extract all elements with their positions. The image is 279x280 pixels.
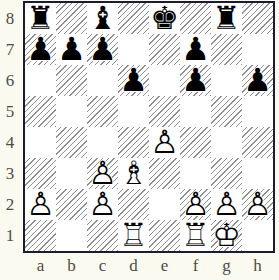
square-h4[interactable] xyxy=(242,127,273,158)
white-pawn-icon: ♙ xyxy=(180,189,211,220)
file-label-a: a xyxy=(25,253,56,279)
square-a4[interactable] xyxy=(25,127,56,158)
square-h1[interactable] xyxy=(242,220,273,251)
square-f3[interactable] xyxy=(180,158,211,189)
square-f8[interactable] xyxy=(180,3,211,34)
square-b2[interactable] xyxy=(56,189,87,220)
square-a2[interactable]: ♟♙ xyxy=(25,189,56,220)
file-label-e: e xyxy=(149,253,180,279)
square-b3[interactable] xyxy=(56,158,87,189)
black-pawn-icon: ♟ xyxy=(87,34,118,65)
square-e6[interactable] xyxy=(149,65,180,96)
square-b1[interactable] xyxy=(56,220,87,251)
black-rook-icon: ♜ xyxy=(211,3,242,34)
white-pawn-fill: ♟ xyxy=(211,189,242,220)
black-bishop-fill: ♝ xyxy=(87,3,118,34)
white-bishop-fill: ♝ xyxy=(118,158,149,189)
square-g7[interactable] xyxy=(211,34,242,65)
square-b4[interactable] xyxy=(56,127,87,158)
square-f4[interactable] xyxy=(180,127,211,158)
square-a6[interactable] xyxy=(25,65,56,96)
file-label-d: d xyxy=(118,253,149,279)
square-b5[interactable] xyxy=(56,96,87,127)
square-d3[interactable]: ♝♗ xyxy=(118,158,149,189)
square-h6[interactable]: ♟♟ xyxy=(242,65,273,96)
black-king-fill: ♚ xyxy=(149,3,180,34)
rank-label-6: 6 xyxy=(0,65,20,96)
white-rook-fill: ♜ xyxy=(118,220,149,251)
black-pawn-icon: ♟ xyxy=(118,65,149,96)
black-pawn-fill: ♟ xyxy=(180,34,211,65)
square-a7[interactable]: ♟♟ xyxy=(25,34,56,65)
rank-label-3: 3 xyxy=(0,158,20,189)
square-d7[interactable] xyxy=(118,34,149,65)
black-king-icon: ♚ xyxy=(149,3,180,34)
square-d5[interactable] xyxy=(118,96,149,127)
file-label-g: g xyxy=(211,253,242,279)
black-pawn-fill: ♟ xyxy=(87,34,118,65)
square-h8[interactable] xyxy=(242,3,273,34)
square-d2[interactable] xyxy=(118,189,149,220)
white-pawn-fill: ♟ xyxy=(149,127,180,158)
file-labels: abcdefgh xyxy=(25,253,273,279)
rank-label-7: 7 xyxy=(0,34,20,65)
square-e1[interactable] xyxy=(149,220,180,251)
square-c8[interactable]: ♝♝ xyxy=(87,3,118,34)
square-c6[interactable] xyxy=(87,65,118,96)
white-pawn-icon: ♙ xyxy=(25,189,56,220)
square-g1[interactable]: ♚♔ xyxy=(211,220,242,251)
white-king-icon: ♔ xyxy=(211,220,242,251)
white-rook-fill: ♜ xyxy=(180,220,211,251)
square-b8[interactable] xyxy=(56,3,87,34)
square-h3[interactable] xyxy=(242,158,273,189)
black-pawn-fill: ♟ xyxy=(180,65,211,96)
black-rook-fill: ♜ xyxy=(211,3,242,34)
white-pawn-icon: ♙ xyxy=(149,127,180,158)
rank-label-5: 5 xyxy=(0,96,20,127)
square-a3[interactable] xyxy=(25,158,56,189)
square-a8[interactable]: ♜♜ xyxy=(25,3,56,34)
square-b6[interactable] xyxy=(56,65,87,96)
white-bishop-icon: ♗ xyxy=(118,158,149,189)
square-e7[interactable] xyxy=(149,34,180,65)
white-pawn-fill: ♟ xyxy=(180,189,211,220)
white-pawn-fill: ♟ xyxy=(87,189,118,220)
square-g8[interactable]: ♜♜ xyxy=(211,3,242,34)
black-pawn-fill: ♟ xyxy=(25,34,56,65)
square-g5[interactable] xyxy=(211,96,242,127)
square-e2[interactable] xyxy=(149,189,180,220)
square-e8[interactable]: ♚♚ xyxy=(149,3,180,34)
square-d8[interactable] xyxy=(118,3,149,34)
white-pawn-fill: ♟ xyxy=(242,189,273,220)
white-pawn-icon: ♙ xyxy=(242,189,273,220)
square-e4[interactable]: ♟♙ xyxy=(149,127,180,158)
square-h5[interactable] xyxy=(242,96,273,127)
square-g3[interactable] xyxy=(211,158,242,189)
square-c2[interactable]: ♟♙ xyxy=(87,189,118,220)
black-rook-icon: ♜ xyxy=(25,3,56,34)
rank-label-8: 8 xyxy=(0,3,20,34)
black-pawn-fill: ♟ xyxy=(118,65,149,96)
black-pawn-fill: ♟ xyxy=(242,65,273,96)
white-pawn-icon: ♙ xyxy=(87,189,118,220)
black-pawn-icon: ♟ xyxy=(25,34,56,65)
square-e5[interactable] xyxy=(149,96,180,127)
black-pawn-icon: ♟ xyxy=(242,65,273,96)
white-pawn-fill: ♟ xyxy=(25,189,56,220)
square-f7[interactable]: ♟♟ xyxy=(180,34,211,65)
square-f5[interactable] xyxy=(180,96,211,127)
square-c1[interactable] xyxy=(87,220,118,251)
square-a1[interactable] xyxy=(25,220,56,251)
square-h2[interactable]: ♟♙ xyxy=(242,189,273,220)
white-pawn-fill: ♟ xyxy=(87,158,118,189)
black-bishop-icon: ♝ xyxy=(87,3,118,34)
square-b7[interactable]: ♟♟ xyxy=(56,34,87,65)
black-pawn-icon: ♟ xyxy=(180,65,211,96)
square-c3[interactable]: ♟♙ xyxy=(87,158,118,189)
file-label-h: h xyxy=(242,253,273,279)
white-rook-icon: ♖ xyxy=(118,220,149,251)
square-c7[interactable]: ♟♟ xyxy=(87,34,118,65)
square-c4[interactable] xyxy=(87,127,118,158)
square-f6[interactable]: ♟♟ xyxy=(180,65,211,96)
black-pawn-fill: ♟ xyxy=(56,34,87,65)
square-d4[interactable] xyxy=(118,127,149,158)
square-d1[interactable]: ♜♖ xyxy=(118,220,149,251)
file-label-c: c xyxy=(87,253,118,279)
black-rook-fill: ♜ xyxy=(25,3,56,34)
square-g4[interactable] xyxy=(211,127,242,158)
square-a5[interactable] xyxy=(25,96,56,127)
chess-diagram: 87654321 ♜♜♝♝♚♚♜♜♟♟♟♟♟♟♟♟♟♟♟♟♟♟♟♙♟♙♝♗♟♙♟… xyxy=(0,0,279,280)
black-pawn-icon: ♟ xyxy=(180,34,211,65)
rank-label-1: 1 xyxy=(0,220,20,251)
square-e3[interactable] xyxy=(149,158,180,189)
file-label-b: b xyxy=(56,253,87,279)
square-c5[interactable] xyxy=(87,96,118,127)
square-d6[interactable]: ♟♟ xyxy=(118,65,149,96)
rank-label-2: 2 xyxy=(0,189,20,220)
square-g2[interactable]: ♟♙ xyxy=(211,189,242,220)
black-pawn-icon: ♟ xyxy=(56,34,87,65)
rank-label-4: 4 xyxy=(0,127,20,158)
white-pawn-icon: ♙ xyxy=(87,158,118,189)
chess-board: ♜♜♝♝♚♚♜♜♟♟♟♟♟♟♟♟♟♟♟♟♟♟♟♙♟♙♝♗♟♙♟♙♟♙♟♙♟♙♜♖… xyxy=(23,1,275,253)
square-f1[interactable]: ♜♖ xyxy=(180,220,211,251)
square-f2[interactable]: ♟♙ xyxy=(180,189,211,220)
file-label-f: f xyxy=(180,253,211,279)
white-pawn-icon: ♙ xyxy=(211,189,242,220)
white-king-fill: ♚ xyxy=(211,220,242,251)
square-h7[interactable] xyxy=(242,34,273,65)
white-rook-icon: ♖ xyxy=(180,220,211,251)
square-g6[interactable] xyxy=(211,65,242,96)
